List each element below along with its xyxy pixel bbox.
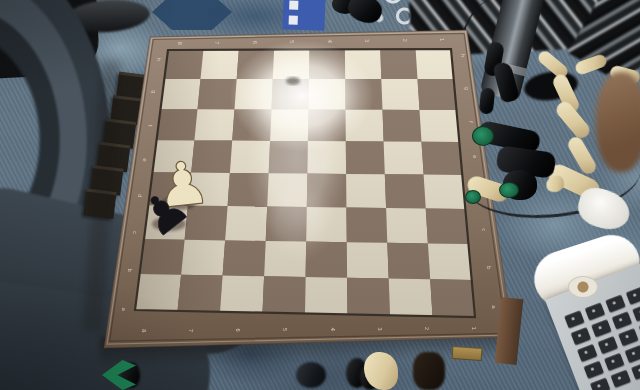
coordinate-label: 7 — [214, 41, 220, 45]
photo-scene: { "game": "chess", "scene_type": "overhe… — [0, 0, 640, 390]
laptop-key — [564, 310, 585, 328]
coordinate-label: 2 — [402, 39, 408, 43]
coordinate-label: 6 — [235, 328, 241, 332]
coordinate-label: 8 — [141, 329, 147, 333]
coordinate-label: h — [156, 58, 162, 62]
laptop-key — [604, 353, 625, 371]
coordinate-label: c — [481, 228, 487, 231]
coordinate-label: 5 — [282, 328, 288, 332]
coordinate-label: b — [486, 266, 492, 270]
laptop-key — [625, 345, 640, 363]
fallen-piece-below-board — [296, 362, 326, 388]
coordinate-label: g — [150, 90, 157, 94]
laptop-key — [585, 302, 606, 320]
laptop-key — [612, 311, 633, 329]
coordinate-label: 2 — [424, 327, 430, 331]
felt-base — [465, 190, 481, 204]
roll-core — [568, 276, 598, 298]
laptop-key — [571, 327, 592, 345]
coordinate-label: g — [463, 86, 470, 90]
laptop-key — [632, 303, 640, 321]
coordinate-label: 3 — [377, 327, 383, 331]
coordinate-label: a — [121, 307, 127, 310]
laptop-key — [591, 319, 612, 337]
laptop-key — [631, 362, 640, 380]
smudge — [286, 77, 300, 85]
laptop-key — [590, 377, 611, 390]
coordinate-label: 4 — [327, 40, 333, 44]
laptop-key — [618, 328, 639, 346]
laptop-key — [610, 369, 631, 387]
coordinate-label: b — [127, 268, 133, 272]
coordinate-label: 1 — [439, 38, 445, 42]
coordinate-label: 5 — [289, 40, 295, 44]
laptop-key — [577, 344, 598, 362]
felt-base — [472, 126, 494, 146]
coordinate-label: c — [132, 231, 138, 234]
felt-base — [499, 182, 519, 198]
light-glare — [260, 179, 336, 263]
coordinate-label: 1 — [471, 326, 477, 330]
coordinate-label: 7 — [188, 329, 194, 333]
coordinate-label: 4 — [330, 328, 336, 332]
coordinate-label: h — [460, 54, 466, 58]
laptop-key — [626, 286, 640, 304]
brass-hinge — [452, 346, 483, 361]
laptop-key — [598, 336, 619, 354]
coordinate-label: 8 — [177, 42, 183, 46]
coordinate-label: 6 — [252, 41, 258, 45]
coordinate-label: a — [491, 305, 497, 308]
laptop-key — [605, 294, 626, 312]
hand-blur — [596, 72, 640, 172]
coordinate-label: 3 — [364, 39, 370, 43]
laptop-key — [583, 361, 604, 379]
fallen-piece-below-board — [413, 352, 445, 390]
